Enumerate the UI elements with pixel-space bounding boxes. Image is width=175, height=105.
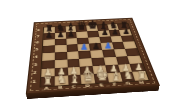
blue-pawn: ♟: [80, 42, 88, 51]
square-b1: ♞: [54, 75, 68, 85]
blue-pawn: ♟: [103, 41, 111, 50]
product-photo-scene: ♜♞♝♛♚♝♞♜♟♟♟♟♟♟♟♟♟♟♟♟♟♟♟♟♟♜♞♝♛♚♝♞♜ ABCDEF…: [0, 0, 175, 105]
square-g7: ♟: [108, 29, 120, 36]
chess-board: ♜♞♝♛♚♝♞♜♟♟♟♟♟♟♟♟♟♟♟♟♟♟♟♟♟♜♞♝♛♚♝♞♜ ABCDEF…: [25, 17, 159, 93]
square-e5: ♟: [89, 43, 102, 50]
black-pawn: ♟: [56, 30, 63, 38]
rank-label-6: 6: [35, 39, 39, 46]
square-f7: ♟: [97, 30, 109, 37]
square-d4: [78, 50, 91, 58]
square-a7: ♟: [43, 32, 54, 39]
square-d7: [76, 31, 88, 38]
square-c5: [66, 44, 78, 52]
black-pawn: ♟: [67, 30, 74, 38]
square-f5: ♟: [100, 42, 113, 49]
white-rook: ♜: [136, 69, 146, 80]
square-e8: ♚: [86, 25, 98, 31]
black-pawn: ♟: [92, 41, 100, 50]
square-e1: ♚: [93, 73, 108, 83]
black-pawn: ♟: [45, 31, 52, 39]
black-king: ♚: [87, 19, 97, 30]
rank-label-4: 4: [34, 52, 38, 60]
black-pawn: ♟: [111, 28, 118, 36]
white-bishop: ♝: [69, 72, 80, 84]
rank-label-3: 3: [33, 60, 37, 68]
black-pawn: ♟: [122, 27, 129, 35]
black-pawn: ♟: [101, 28, 108, 36]
square-c6: [65, 37, 77, 44]
rank-label-2: 2: [32, 68, 37, 77]
white-knight: ♞: [56, 73, 66, 85]
square-b4: [54, 51, 66, 59]
square-a6: [43, 39, 55, 46]
square-h7: ♟: [119, 29, 132, 35]
square-c1: ♝: [67, 74, 81, 84]
white-rook: ♜: [42, 74, 52, 85]
square-b7: ♟: [54, 32, 65, 39]
rank-label-5: 5: [34, 45, 38, 52]
square-d1: ♛: [80, 74, 94, 84]
square-g4: [113, 48, 127, 56]
square-e4: [90, 50, 103, 58]
board-grid: ♜♞♝♛♚♝♞♜♟♟♟♟♟♟♟♟♟♟♟♟♟♟♟♟♟♜♞♝♛♚♝♞♜: [39, 23, 149, 87]
square-h4: [125, 48, 139, 56]
white-king: ♚: [95, 68, 108, 82]
square-b6: [54, 38, 66, 45]
square-c7: ♟: [65, 31, 76, 38]
square-a5: [42, 45, 54, 53]
square-h1: ♜: [132, 71, 148, 81]
square-h6: [121, 35, 134, 42]
square-d5: ♟: [77, 43, 89, 50]
white-bishop: ♝: [109, 69, 120, 81]
rank-label-7: 7: [36, 33, 40, 39]
square-d8: ♛: [75, 25, 86, 31]
white-queen: ♛: [82, 69, 94, 83]
square-c4: [66, 51, 79, 59]
square-b5: [54, 44, 66, 52]
rank-label-1: 1: [31, 76, 36, 85]
square-a4: [42, 52, 54, 60]
square-h5: [123, 41, 137, 48]
white-knight: ♞: [123, 69, 133, 80]
square-a1: ♜: [40, 76, 54, 86]
rank-label-8: 8: [36, 27, 40, 33]
black-queen: ♛: [76, 20, 86, 31]
board-frame: ♜♞♝♛♚♝♞♜♟♟♟♟♟♟♟♟♟♟♟♟♟♟♟♟♟♜♞♝♛♚♝♞♜ ABCDEF…: [25, 17, 159, 93]
